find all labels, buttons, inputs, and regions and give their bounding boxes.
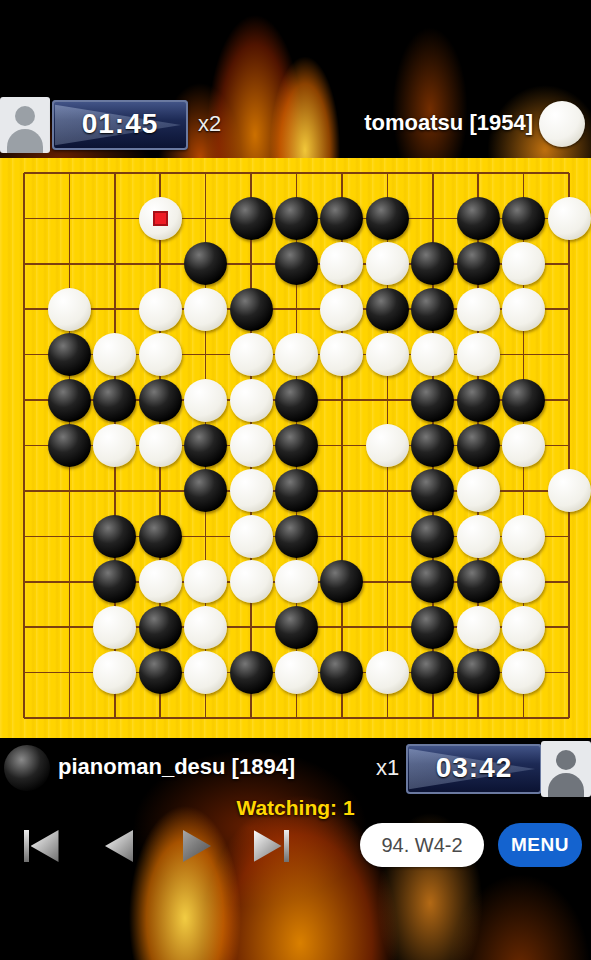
first-move-button[interactable] [14, 828, 68, 864]
stone-black [457, 651, 500, 694]
stone-white [93, 651, 136, 694]
stone-black [230, 651, 273, 694]
stone-white [139, 197, 182, 240]
app-screen: 01:45 x2 tomoatsu [1954] pianoman_desu [… [0, 0, 591, 960]
stone-black [275, 515, 318, 558]
white-player-name: tomoatsu [1954] [364, 110, 533, 136]
stone-black [411, 379, 454, 422]
last-move-button[interactable] [244, 828, 298, 864]
black-byoyomi-count: x1 [376, 755, 399, 781]
top-player-bar: 01:45 x2 tomoatsu [1954] [0, 96, 591, 154]
stone-white [184, 288, 227, 331]
white-byoyomi-count: x2 [198, 111, 221, 137]
stone-black [184, 469, 227, 512]
stone-black [275, 606, 318, 649]
stone-black [411, 560, 454, 603]
stone-white [502, 288, 545, 331]
stone-white [230, 469, 273, 512]
stone-black [411, 651, 454, 694]
stone-black [275, 469, 318, 512]
stone-black [457, 197, 500, 240]
stone-black [502, 197, 545, 240]
white-player-clock: 01:45 [52, 100, 188, 150]
menu-button[interactable]: MENU [498, 823, 582, 867]
previous-move-button[interactable] [92, 828, 146, 864]
stone-white [139, 424, 182, 467]
stone-white [93, 424, 136, 467]
white-stone-icon [539, 101, 585, 147]
stone-black [275, 197, 318, 240]
black-player-name: pianoman_desu [1894] [58, 754, 295, 780]
black-player-avatar[interactable] [541, 741, 591, 797]
stone-black [230, 197, 273, 240]
stone-black [275, 379, 318, 422]
stone-black [502, 379, 545, 422]
stone-white [184, 606, 227, 649]
stone-white [275, 560, 318, 603]
stone-white [184, 560, 227, 603]
stone-black [411, 515, 454, 558]
stone-black [139, 379, 182, 422]
black-stone-icon [4, 745, 50, 791]
next-triangle-icon [183, 830, 211, 862]
stone-white [366, 651, 409, 694]
stone-black [411, 242, 454, 285]
stone-white [320, 333, 363, 376]
stone-black [93, 560, 136, 603]
stone-white [457, 333, 500, 376]
stone-white [184, 379, 227, 422]
stone-white [139, 333, 182, 376]
stone-black [320, 651, 363, 694]
stone-white [502, 424, 545, 467]
stone-white [502, 515, 545, 558]
stone-black [48, 333, 91, 376]
stone-white [548, 197, 591, 240]
stone-white [366, 333, 409, 376]
stone-black [93, 379, 136, 422]
stone-white [548, 469, 591, 512]
stone-white [275, 651, 318, 694]
grid-line-vertical [568, 173, 570, 718]
black-player-clock: 03:42 [406, 744, 542, 794]
stone-black [366, 197, 409, 240]
stone-black [230, 288, 273, 331]
move-number-display[interactable]: 94. W4-2 [360, 823, 484, 867]
go-board[interactable] [0, 158, 591, 738]
stone-white [139, 560, 182, 603]
stone-white [230, 379, 273, 422]
stone-white [457, 288, 500, 331]
stone-white [320, 288, 363, 331]
stone-white [275, 333, 318, 376]
stone-white [366, 424, 409, 467]
stone-white [93, 333, 136, 376]
last-bar-icon [284, 830, 289, 862]
next-move-button[interactable] [170, 828, 224, 864]
forward-triangle-icon [254, 830, 282, 862]
stone-white [48, 288, 91, 331]
stone-black [139, 515, 182, 558]
stone-black [411, 469, 454, 512]
stone-black [320, 560, 363, 603]
stone-white [502, 242, 545, 285]
stone-black [457, 560, 500, 603]
stone-white [320, 242, 363, 285]
stone-white [411, 333, 454, 376]
stone-black [184, 242, 227, 285]
stone-black [139, 606, 182, 649]
watching-count: Watching: 1 [0, 796, 591, 820]
stone-white [230, 560, 273, 603]
stone-white [139, 288, 182, 331]
avatar-body-icon [7, 129, 43, 153]
avatar-head-icon [556, 750, 576, 770]
stone-black [48, 379, 91, 422]
stone-white [230, 333, 273, 376]
stone-black [275, 242, 318, 285]
bottom-player-bar: pianoman_desu [1894] x1 03:42 [0, 740, 591, 798]
stone-white [184, 651, 227, 694]
stone-black [457, 379, 500, 422]
stone-white [457, 469, 500, 512]
stone-black [275, 424, 318, 467]
grid-line-horizontal [24, 717, 569, 719]
stone-black [411, 288, 454, 331]
stone-white [457, 606, 500, 649]
stone-white [502, 606, 545, 649]
first-bar-icon [24, 830, 29, 862]
stone-black [184, 424, 227, 467]
white-player-avatar[interactable] [0, 97, 50, 153]
stone-black [48, 424, 91, 467]
avatar-body-icon [548, 773, 584, 797]
stone-black [320, 197, 363, 240]
black-clock-time: 03:42 [406, 752, 542, 784]
stone-white [230, 424, 273, 467]
stone-black [411, 424, 454, 467]
last-move-marker [153, 211, 168, 226]
rewind-triangle-icon [31, 830, 59, 862]
stone-white [502, 560, 545, 603]
stone-white [230, 515, 273, 558]
stone-black [457, 424, 500, 467]
stone-white [366, 242, 409, 285]
avatar-head-icon [15, 106, 35, 126]
previous-triangle-icon [105, 830, 133, 862]
stone-white [457, 515, 500, 558]
stone-black [457, 242, 500, 285]
stone-white [502, 651, 545, 694]
stone-black [411, 606, 454, 649]
stone-black [139, 651, 182, 694]
stone-black [366, 288, 409, 331]
stone-black [93, 515, 136, 558]
white-clock-time: 01:45 [52, 108, 188, 140]
stone-white [93, 606, 136, 649]
